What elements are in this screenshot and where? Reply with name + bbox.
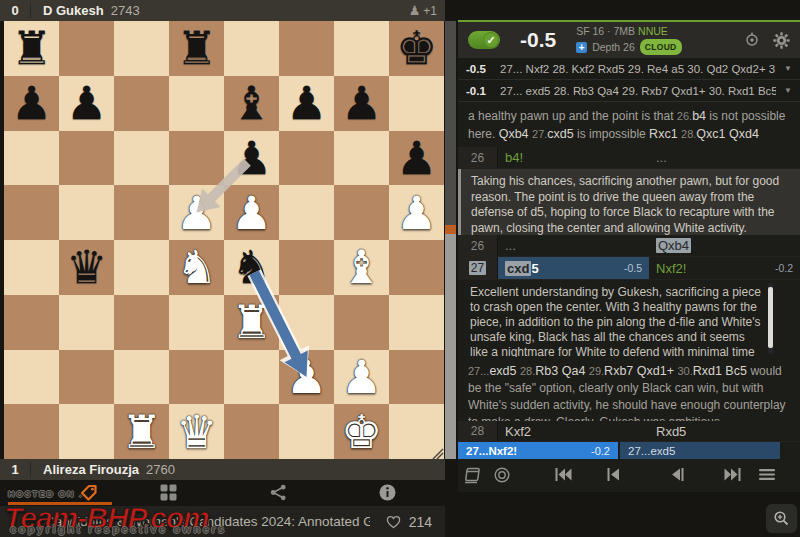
move-row: 26 b4! ... (458, 147, 800, 169)
engine-line-1[interactable]: -0.5 27... Nxf2 28. Kxf2 Rxd5 29. Re4 a5… (458, 58, 800, 80)
square-d2[interactable] (169, 350, 224, 405)
move-text[interactable]: 29. (589, 365, 604, 377)
black-knight[interactable]: ♞ (231, 244, 272, 290)
tag-icon[interactable] (80, 484, 98, 506)
scrolled-comment: a healthy pawn up and the point is that … (458, 102, 800, 147)
heart-icon[interactable] (385, 514, 402, 530)
move-row: 26 ... Qxb4 (458, 235, 800, 257)
engine-toggle[interactable]: ✓ (468, 31, 500, 49)
black-queen[interactable]: ♛ (66, 244, 107, 290)
scrollbar-thumb[interactable] (768, 287, 773, 348)
target-icon[interactable] (494, 467, 510, 487)
square-e7[interactable]: ♝ (224, 76, 279, 131)
comment-text: a healthy pawn up and the point is that (468, 109, 677, 123)
comment-b4: Taking his chances, sacrificing another … (458, 169, 800, 235)
eval-gauge-white (445, 234, 456, 459)
chevron-down-icon[interactable]: ▼ (784, 86, 792, 95)
square-h6[interactable]: ♟ (389, 131, 444, 186)
move-text[interactable]: exd5 (489, 364, 520, 378)
square-b5[interactable] (59, 185, 114, 240)
variation-tabs: 27...Nxf2! -0.2 27...exd5 (458, 442, 800, 459)
engine-header-icons (744, 32, 790, 49)
black-rook[interactable]: ♜ (11, 25, 52, 71)
result-top: 0 (0, 3, 31, 18)
square-d7[interactable] (169, 76, 224, 131)
move-text[interactable]: 27. (532, 128, 547, 140)
pawn-icon: ♟ (409, 4, 421, 17)
chess-board[interactable]: ♜♜♚♟♟♝♟♟♟♟♟♟♟♛♞♞♝♜♟♟♜♛♚ (4, 21, 444, 459)
nav-next-icon[interactable] (671, 467, 684, 486)
square-g4[interactable]: ♝ (334, 240, 389, 295)
square-f4[interactable] (279, 240, 334, 295)
square-e2[interactable] (224, 350, 279, 405)
move-text[interactable]: Qxc1 (696, 127, 725, 141)
engine-info: SF 16 · 7MB NNUE + Depth 26 CLOUD (576, 25, 681, 55)
nav-prev-icon[interactable] (607, 467, 620, 486)
square-d6[interactable] (169, 131, 224, 186)
chevron-down-icon[interactable]: ▼ (784, 64, 792, 73)
square-c1[interactable]: ♜ (114, 404, 169, 459)
engine-line-2[interactable]: -0.1 27... exd5 28. Rb3 Qa4 29. Rxb7 Qxd… (458, 80, 800, 102)
engine-depth: Depth 26 (592, 41, 635, 54)
info-icon[interactable] (379, 484, 396, 505)
book-icon[interactable] (463, 467, 482, 488)
square-c3[interactable] (114, 295, 169, 350)
square-h4[interactable] (389, 240, 444, 295)
magnifier-icon (773, 510, 790, 527)
black-pawn[interactable]: ♟ (11, 80, 52, 126)
move-text[interactable]: Rxc1 (649, 127, 681, 141)
square-e3[interactable]: ♜ (224, 295, 279, 350)
square-h3[interactable] (389, 295, 444, 350)
square-e1[interactable] (224, 404, 279, 459)
material-count: +1 (423, 4, 437, 18)
eval-gauge-black (445, 21, 456, 225)
move-text[interactable]: Qxd4 (726, 127, 759, 141)
tab-eval: -0.2 (591, 445, 610, 457)
move-text[interactable]: 28. (681, 128, 696, 140)
study-title-bar: Candidates & Women's Candidates 2024: An… (0, 506, 445, 537)
move-text[interactable]: b4 (692, 109, 706, 123)
panel-toolbar (458, 459, 800, 492)
move-eval: -0.5 (624, 262, 642, 274)
toggle-check-icon: ✓ (483, 32, 499, 48)
move-text[interactable]: Rb3 Qa4 (535, 364, 589, 378)
square-c5[interactable] (114, 185, 169, 240)
square-d5[interactable]: ♟ (169, 185, 224, 240)
line-eval: -0.5 (466, 63, 492, 75)
square-d1[interactable]: ♛ (169, 404, 224, 459)
square-g2[interactable]: ♟ (334, 350, 389, 405)
white-pawn[interactable]: ♟ (231, 190, 272, 236)
move-nxf2[interactable]: Nxf2!-0.2 (649, 257, 800, 279)
tab-nxf2[interactable]: 27...Nxf2! -0.2 (458, 442, 618, 459)
square-e4[interactable]: ♞ (224, 240, 279, 295)
white-king[interactable]: ♚ (341, 409, 382, 455)
move-text[interactable]: 27... (468, 365, 489, 377)
move-kxf2[interactable]: Kxf2 (498, 421, 649, 441)
move-row: 28 Kxf2 Rxd5 (458, 421, 800, 442)
square-f1[interactable] (279, 404, 334, 459)
player-name-top: D Gukesh (43, 3, 104, 18)
line-moves[interactable]: 27... exd5 28. Rb3 Qa4 29. Rxb7 Qxd1+ 30… (500, 85, 776, 97)
move-text[interactable]: 28. (520, 365, 535, 377)
square-a7[interactable]: ♟ (4, 76, 59, 131)
square-d8[interactable]: ♜ (169, 21, 224, 76)
square-a8[interactable]: ♜ (4, 21, 59, 76)
comment-cxd5: Excellent understanding by Gukesh, sacri… (458, 280, 800, 357)
square-f8[interactable] (279, 21, 334, 76)
square-c2[interactable] (114, 350, 169, 405)
move-cxd5-current[interactable]: cxd5-0.5 (498, 257, 649, 279)
move-row-current: 27 cxd5-0.5 Nxf2!-0.2 (458, 257, 800, 280)
move-number: 26 (458, 235, 498, 256)
engine-header: ✓ -0.5 SF 16 · 7MB NNUE + Depth 26 CLOUD (458, 20, 800, 58)
square-e8[interactable] (224, 21, 279, 76)
line-eval: -0.1 (466, 85, 492, 97)
square-g6[interactable] (334, 131, 389, 186)
square-g1[interactable]: ♚ (334, 404, 389, 459)
square-f6[interactable] (279, 131, 334, 186)
white-bishop[interactable]: ♝ (341, 244, 382, 290)
white-knight[interactable]: ♞ (176, 244, 217, 290)
square-f7[interactable]: ♟ (279, 76, 334, 131)
square-h5[interactable]: ♟ (389, 185, 444, 240)
player-bar-top: 0 D Gukesh 2743 ♟ +1 (0, 0, 445, 21)
square-b4[interactable]: ♛ (59, 240, 114, 295)
white-pawn[interactable]: ♟ (341, 354, 382, 400)
square-c7[interactable] (114, 76, 169, 131)
black-pawn[interactable]: ♟ (66, 80, 107, 126)
square-b7[interactable]: ♟ (59, 76, 114, 131)
square-d4[interactable]: ♞ (169, 240, 224, 295)
player-bar-bottom: 1 Alireza Firouzja 2760 (0, 459, 445, 480)
like-count: 214 (409, 514, 432, 530)
eval-gauge (445, 21, 456, 459)
move-number: 26 (458, 147, 498, 168)
study-title: Candidates & Women's Candidates 2024: An… (45, 514, 370, 529)
black-pawn[interactable]: ♟ (396, 135, 437, 181)
square-a1[interactable] (4, 404, 59, 459)
square-b8[interactable] (59, 21, 114, 76)
white-queen[interactable]: ♛ (176, 409, 217, 455)
move-text[interactable]: Qxb4 (499, 127, 532, 141)
comment-text: is impossible (574, 127, 649, 141)
square-f3[interactable] (279, 295, 334, 350)
nav-first-icon[interactable] (555, 467, 572, 486)
cloud-badge: CLOUD (640, 39, 682, 55)
square-c4[interactable] (114, 240, 169, 295)
player-rating-top: 2743 (111, 3, 140, 18)
move-rxd5[interactable]: Rxd5 (649, 421, 800, 441)
square-b2[interactable] (59, 350, 114, 405)
like-widget[interactable]: 214 (385, 514, 445, 530)
plus-icon[interactable]: + (576, 42, 587, 53)
variation-line[interactable]: 27...exd5 28.Rb3 Qa4 29.Rxb7 Qxd1+ 30.Rx… (458, 357, 800, 421)
zoom-button[interactable] (766, 504, 797, 533)
crosshair-icon[interactable] (744, 32, 760, 48)
move-number: 27 (458, 257, 498, 279)
move-text[interactable]: cxd5 (547, 127, 573, 141)
white-pawn[interactable]: ♟ (286, 354, 327, 400)
eval-gauge-tick (445, 225, 456, 234)
white-pawn[interactable]: ♟ (176, 190, 217, 236)
move-text[interactable]: 30. (677, 365, 692, 377)
black-bishop[interactable]: ♝ (231, 80, 272, 126)
white-pawn[interactable]: ♟ (396, 190, 437, 236)
engine-name: SF 16 · 7MB (576, 25, 635, 37)
board-toolbar (0, 480, 445, 506)
black-pawn[interactable]: ♟ (286, 80, 327, 126)
move-number: 28 (458, 421, 498, 441)
square-b6[interactable] (59, 131, 114, 186)
move-eval: -0.2 (775, 262, 793, 274)
square-a6[interactable] (4, 131, 59, 186)
black-pawn[interactable]: ♟ (231, 135, 272, 181)
result-bottom: 1 (0, 462, 31, 477)
square-e6[interactable]: ♟ (224, 131, 279, 186)
square-g7[interactable]: ♟ (334, 76, 389, 131)
share-icon[interactable] (270, 484, 287, 505)
move-qxb4[interactable]: Qxb4 (649, 235, 800, 256)
square-f2[interactable]: ♟ (279, 350, 334, 405)
player-rating-bottom: 2760 (146, 462, 175, 477)
black-pawn[interactable]: ♟ (341, 80, 382, 126)
move-placeholder[interactable]: ... (649, 147, 800, 168)
square-b1[interactable] (59, 404, 114, 459)
square-c6[interactable] (114, 131, 169, 186)
square-a4[interactable] (4, 240, 59, 295)
tab-exd5[interactable]: 27...exd5 (620, 442, 780, 459)
square-a2[interactable] (4, 350, 59, 405)
square-f5[interactable] (279, 185, 334, 240)
square-h8[interactable]: ♚ (389, 21, 444, 76)
grid-icon[interactable] (160, 484, 177, 505)
square-h2[interactable] (389, 350, 444, 405)
move-placeholder[interactable]: ... (498, 235, 649, 256)
analysis-panel: ✓ -0.5 SF 16 · 7MB NNUE + Depth 26 CLOUD (458, 20, 800, 492)
square-e5[interactable]: ♟ (224, 185, 279, 240)
white-rook[interactable]: ♜ (231, 299, 272, 345)
engine-nnue: NNUE (638, 25, 668, 37)
material-advantage: ♟ +1 (409, 4, 437, 18)
square-g3[interactable] (334, 295, 389, 350)
gear-icon[interactable] (773, 32, 790, 49)
line-moves[interactable]: 27... Nxf2 28. Kxf2 Rxd5 29. Re4 a5 30. … (500, 63, 776, 75)
square-a3[interactable] (4, 295, 59, 350)
white-rook[interactable]: ♜ (121, 409, 162, 455)
chess-analysis-app: 0 D Gukesh 2743 ♟ +1 ♜♜♚♟♟♝♟♟♟♟♟♟♟♛♞♞♝♜♟… (0, 0, 800, 537)
move-text[interactable]: Rxd1 Bc5 (693, 364, 751, 378)
square-a5[interactable] (4, 185, 59, 240)
engine-eval: -0.5 (520, 28, 556, 52)
black-king[interactable]: ♚ (396, 25, 437, 71)
menu-icon[interactable] (758, 467, 776, 486)
player-name-bottom: Alireza Firouzja (43, 462, 139, 477)
comment-scrollbar[interactable] (768, 283, 773, 354)
black-rook[interactable]: ♜ (176, 25, 217, 71)
square-h7[interactable] (389, 76, 444, 131)
move-text[interactable]: Rxb7 Qxd1+ (604, 364, 677, 378)
square-d3[interactable] (169, 295, 224, 350)
square-b3[interactable] (59, 295, 114, 350)
square-g5[interactable] (334, 185, 389, 240)
move-b4[interactable]: b4! (498, 147, 649, 168)
move-text[interactable]: 26. (677, 110, 692, 122)
square-c8[interactable] (114, 21, 169, 76)
square-g8[interactable] (334, 21, 389, 76)
nav-last-icon[interactable] (724, 467, 741, 486)
